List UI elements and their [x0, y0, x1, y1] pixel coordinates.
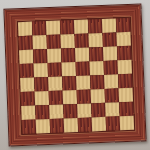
square-g4	[104, 74, 119, 89]
square-e3	[77, 89, 92, 104]
square-e1	[78, 117, 93, 132]
square-g6	[103, 46, 118, 61]
square-f7	[88, 33, 103, 48]
square-h2	[119, 102, 134, 117]
board-inner-border	[17, 17, 135, 135]
square-b7	[32, 35, 47, 50]
square-e2	[77, 103, 92, 118]
square-b1	[36, 119, 51, 134]
square-h8	[116, 18, 131, 33]
square-b5	[34, 63, 49, 78]
square-b2	[35, 105, 50, 120]
chess-board	[3, 3, 146, 146]
square-e8	[74, 19, 89, 34]
square-c2	[49, 104, 64, 119]
square-g8	[102, 18, 117, 33]
square-g3	[105, 88, 120, 103]
square-c5	[48, 63, 63, 78]
square-c7	[46, 35, 61, 50]
square-d4	[62, 76, 77, 91]
square-b3	[35, 91, 50, 106]
square-c3	[49, 90, 64, 105]
board-squares-grid	[18, 18, 134, 134]
square-c1	[50, 118, 65, 133]
square-f6	[89, 47, 104, 62]
square-h3	[119, 88, 134, 103]
square-f3	[91, 89, 106, 104]
square-g1	[106, 116, 121, 131]
square-c4	[48, 76, 63, 91]
square-a5	[20, 64, 35, 79]
square-f2	[91, 103, 106, 118]
square-a7	[18, 36, 33, 51]
square-d1	[64, 118, 79, 133]
square-b4	[34, 77, 49, 92]
square-b8	[32, 21, 47, 36]
square-e5	[76, 61, 91, 76]
square-h6	[117, 46, 132, 61]
square-a2	[21, 106, 36, 121]
square-h1	[120, 116, 135, 131]
square-d3	[63, 90, 78, 105]
square-g5	[103, 60, 118, 75]
square-e6	[75, 47, 90, 62]
square-g2	[105, 102, 120, 117]
square-f1	[92, 117, 107, 132]
square-h4	[118, 74, 133, 89]
square-a3	[21, 92, 36, 107]
square-d5	[62, 62, 77, 77]
square-b6	[33, 49, 48, 64]
square-a6	[19, 50, 34, 65]
square-e7	[74, 33, 89, 48]
photo-backdrop	[0, 0, 150, 150]
square-f8	[88, 19, 103, 34]
square-d8	[60, 20, 75, 35]
square-c6	[47, 49, 62, 64]
square-h7	[116, 32, 131, 47]
square-d6	[61, 48, 76, 63]
square-a4	[20, 78, 35, 93]
square-d2	[63, 104, 78, 119]
square-c8	[46, 21, 61, 36]
square-a8	[18, 22, 33, 37]
square-d7	[60, 34, 75, 49]
square-e4	[76, 75, 91, 90]
square-f4	[90, 75, 105, 90]
square-h5	[117, 60, 132, 75]
square-g7	[102, 32, 117, 47]
square-a1	[22, 120, 37, 135]
square-f5	[89, 61, 104, 76]
